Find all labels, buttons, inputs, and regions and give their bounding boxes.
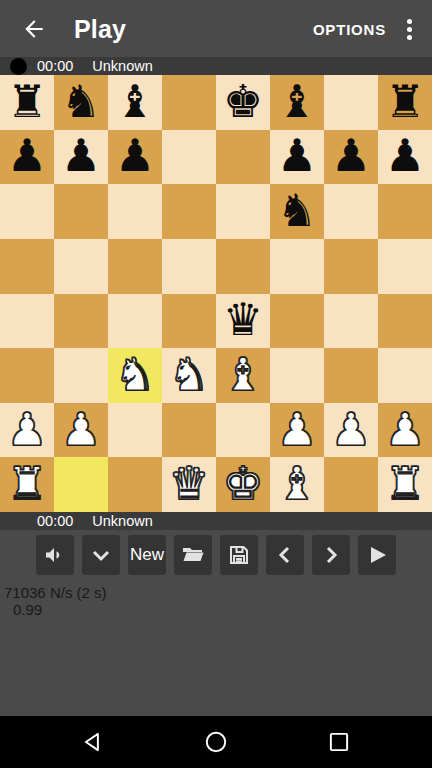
folder-open-icon — [181, 543, 205, 567]
square-e7[interactable] — [216, 130, 270, 185]
engine-speed-text: 71036 N/s (2 s) — [0, 585, 432, 602]
square-d7[interactable] — [162, 130, 216, 185]
square-g1[interactable] — [324, 457, 378, 512]
square-g5[interactable] — [324, 239, 378, 294]
piece-black-pawn: ♟ — [115, 133, 155, 178]
piece-black-bishop: ♝ — [277, 79, 317, 124]
square-e3[interactable]: ♝ — [216, 348, 270, 403]
chevron-left-icon — [273, 543, 297, 567]
piece-black-knight: ♞ — [61, 79, 101, 124]
chevron-down-icon — [89, 543, 113, 567]
piece-black-knight: ♞ — [277, 188, 317, 233]
black-player-strip: 00:00 Unknown — [0, 57, 432, 75]
piece-white-rook: ♜ — [385, 461, 425, 506]
piece-black-pawn: ♟ — [385, 133, 425, 178]
square-c5[interactable] — [108, 239, 162, 294]
square-f2[interactable]: ♟ — [270, 403, 324, 458]
square-g2[interactable]: ♟ — [324, 403, 378, 458]
square-h7[interactable]: ♟ — [378, 130, 432, 185]
piece-black-queen: ♛ — [223, 297, 263, 342]
square-c2[interactable] — [108, 403, 162, 458]
speaker-icon — [43, 543, 67, 567]
square-c4[interactable] — [108, 294, 162, 349]
move-back-button[interactable] — [266, 535, 304, 575]
square-b8[interactable]: ♞ — [54, 75, 108, 130]
square-e5[interactable] — [216, 239, 270, 294]
square-d2[interactable] — [162, 403, 216, 458]
piece-black-pawn: ♟ — [277, 133, 317, 178]
engine-toggle-button[interactable] — [82, 535, 120, 575]
open-file-button[interactable] — [174, 535, 212, 575]
piece-white-pawn: ♟ — [385, 407, 425, 452]
square-f6[interactable]: ♞ — [270, 184, 324, 239]
square-h3[interactable] — [378, 348, 432, 403]
square-b3[interactable] — [54, 348, 108, 403]
square-f4[interactable] — [270, 294, 324, 349]
square-e4[interactable]: ♛ — [216, 294, 270, 349]
arrow-left-icon — [21, 16, 47, 42]
engine-output-panel: 71036 N/s (2 s) 0.99 — [0, 580, 432, 716]
square-d5[interactable] — [162, 239, 216, 294]
square-f7[interactable]: ♟ — [270, 130, 324, 185]
sound-button[interactable] — [36, 535, 74, 575]
square-d8[interactable] — [162, 75, 216, 130]
square-b4[interactable] — [54, 294, 108, 349]
square-a4[interactable] — [0, 294, 54, 349]
piece-white-knight: ♞ — [169, 352, 209, 397]
new-game-button[interactable]: New — [128, 535, 166, 575]
piece-white-rook: ♜ — [7, 461, 47, 506]
square-f3[interactable] — [270, 348, 324, 403]
piece-white-pawn: ♟ — [277, 407, 317, 452]
save-button[interactable] — [220, 535, 258, 575]
square-f5[interactable] — [270, 239, 324, 294]
options-button[interactable]: OPTIONS — [313, 21, 386, 38]
square-c6[interactable] — [108, 184, 162, 239]
chess-board: ♜♞♝♚♝♜♟♟♟♟♟♟♞♛♞♞♝♟♟♟♟♟♜♛♚♝♜ — [0, 75, 432, 512]
square-d4[interactable] — [162, 294, 216, 349]
piece-black-pawn: ♟ — [7, 133, 47, 178]
square-e1[interactable]: ♚ — [216, 457, 270, 512]
square-g6[interactable] — [324, 184, 378, 239]
square-h1[interactable]: ♜ — [378, 457, 432, 512]
square-a1[interactable]: ♜ — [0, 457, 54, 512]
chevron-right-icon — [319, 543, 343, 567]
square-g7[interactable]: ♟ — [324, 130, 378, 185]
square-c3[interactable]: ♞ — [108, 348, 162, 403]
black-side-indicator-icon — [10, 58, 27, 75]
page-title: Play — [74, 15, 126, 44]
piece-black-pawn: ♟ — [61, 133, 101, 178]
piece-white-queen: ♛ — [169, 461, 209, 506]
white-player-name: Unknown — [92, 512, 152, 530]
square-a2[interactable]: ♟ — [0, 403, 54, 458]
piece-white-pawn: ♟ — [61, 407, 101, 452]
android-nav-bar — [0, 716, 432, 768]
square-e2[interactable] — [216, 403, 270, 458]
toolbar: New — [0, 530, 432, 580]
square-g4[interactable] — [324, 294, 378, 349]
square-h4[interactable] — [378, 294, 432, 349]
piece-black-bishop: ♝ — [115, 79, 155, 124]
piece-black-rook: ♜ — [385, 79, 425, 124]
square-a8[interactable]: ♜ — [0, 75, 54, 130]
nav-home-icon[interactable] — [203, 729, 229, 755]
square-g3[interactable] — [324, 348, 378, 403]
app-bar: Play OPTIONS — [0, 0, 432, 57]
nav-back-icon[interactable] — [80, 729, 106, 755]
square-c1[interactable] — [108, 457, 162, 512]
square-e6[interactable] — [216, 184, 270, 239]
square-f8[interactable]: ♝ — [270, 75, 324, 130]
square-b7[interactable]: ♟ — [54, 130, 108, 185]
square-b2[interactable]: ♟ — [54, 403, 108, 458]
square-b1[interactable] — [54, 457, 108, 512]
play-icon — [365, 543, 389, 567]
piece-white-pawn: ♟ — [7, 407, 47, 452]
piece-white-king: ♚ — [223, 461, 263, 506]
move-forward-button[interactable] — [312, 535, 350, 575]
piece-black-rook: ♜ — [7, 79, 47, 124]
square-d3[interactable]: ♞ — [162, 348, 216, 403]
black-player-name: Unknown — [92, 57, 152, 75]
square-c8[interactable]: ♝ — [108, 75, 162, 130]
square-f1[interactable]: ♝ — [270, 457, 324, 512]
square-c7[interactable]: ♟ — [108, 130, 162, 185]
square-a6[interactable] — [0, 184, 54, 239]
piece-white-bishop: ♝ — [277, 461, 317, 506]
square-a5[interactable] — [0, 239, 54, 294]
piece-white-knight: ♞ — [115, 352, 155, 397]
square-h6[interactable] — [378, 184, 432, 239]
save-icon — [227, 543, 251, 567]
square-d1[interactable]: ♛ — [162, 457, 216, 512]
square-b6[interactable] — [54, 184, 108, 239]
white-player-strip: 00:00 Unknown — [0, 512, 432, 530]
piece-white-bishop: ♝ — [223, 352, 263, 397]
square-a7[interactable]: ♟ — [0, 130, 54, 185]
square-d6[interactable] — [162, 184, 216, 239]
engine-score-text: 0.99 — [0, 602, 432, 619]
piece-black-pawn: ♟ — [331, 133, 371, 178]
play-engine-button[interactable] — [358, 535, 396, 575]
square-h8[interactable]: ♜ — [378, 75, 432, 130]
white-clock: 00:00 — [37, 512, 73, 530]
piece-black-king: ♚ — [223, 79, 263, 124]
square-b5[interactable] — [54, 239, 108, 294]
square-e8[interactable]: ♚ — [216, 75, 270, 130]
square-a3[interactable] — [0, 348, 54, 403]
square-h2[interactable]: ♟ — [378, 403, 432, 458]
new-game-label: New — [130, 545, 164, 565]
black-clock: 00:00 — [37, 57, 73, 75]
piece-white-pawn: ♟ — [331, 407, 371, 452]
square-g8[interactable] — [324, 75, 378, 130]
square-h5[interactable] — [378, 239, 432, 294]
back-button[interactable] — [18, 13, 50, 45]
kebab-menu-icon[interactable] — [402, 14, 416, 44]
nav-recents-icon[interactable] — [326, 729, 352, 755]
